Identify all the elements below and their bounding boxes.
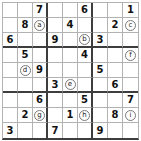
cell-r3c5[interactable] — [63, 33, 78, 48]
cell-r7c9[interactable]: 7 — [123, 93, 138, 108]
cell-r9c9[interactable] — [123, 123, 138, 138]
cell-r4c9[interactable]: f — [123, 48, 138, 63]
given-digit: 9 — [97, 126, 104, 136]
cell-r5c8[interactable] — [108, 63, 123, 78]
cell-r5c6[interactable] — [78, 63, 93, 78]
cell-r7c1[interactable] — [3, 93, 18, 108]
cell-r7c2[interactable] — [18, 93, 33, 108]
cell-r2c1[interactable] — [3, 18, 18, 33]
cell-r1c2[interactable] — [18, 3, 33, 18]
cell-r4c7[interactable] — [93, 48, 108, 63]
cell-r8c7[interactable] — [93, 108, 108, 123]
circled-letter-i: i — [125, 110, 136, 121]
cell-r4c1[interactable] — [3, 48, 18, 63]
given-digit: 4 — [81, 50, 88, 60]
given-digit: 2 — [112, 20, 119, 30]
circled-letter-c: c — [125, 20, 136, 31]
cell-r1c8[interactable] — [108, 3, 123, 18]
cell-r2c8[interactable]: 2 — [108, 18, 123, 33]
cell-r4c6[interactable]: 4 — [78, 48, 93, 63]
given-digit: 5 — [97, 65, 104, 75]
given-digit: 8 — [22, 20, 29, 30]
cell-r3c8[interactable] — [108, 33, 123, 48]
cell-r9c8[interactable] — [108, 123, 123, 138]
cell-r3c1[interactable]: 6 — [3, 33, 18, 48]
cell-r3c2[interactable] — [18, 33, 33, 48]
cell-r8c1[interactable] — [3, 108, 18, 123]
cell-r4c8[interactable] — [108, 48, 123, 63]
given-digit: 6 — [7, 35, 14, 45]
cell-r4c4[interactable] — [48, 48, 63, 63]
cell-r3c7[interactable]: 3 — [93, 33, 108, 48]
cell-r6c3[interactable] — [33, 78, 48, 93]
given-digit: 3 — [7, 126, 14, 136]
cell-r6c6[interactable] — [78, 78, 93, 93]
given-digit: 7 — [127, 95, 134, 105]
cell-r3c4[interactable]: 9 — [48, 33, 63, 48]
cell-r3c6[interactable]: b — [78, 33, 93, 48]
cell-r5c1[interactable] — [3, 63, 18, 78]
cell-r2c4[interactable] — [48, 18, 63, 33]
cell-r9c1[interactable]: 3 — [3, 123, 18, 138]
given-digit: 3 — [52, 80, 59, 90]
cell-r7c6[interactable]: 5 — [78, 93, 93, 108]
cell-r4c2[interactable]: 5 — [18, 48, 33, 63]
cell-r2c6[interactable] — [78, 18, 93, 33]
given-digit: 9 — [36, 65, 43, 75]
cell-r2c2[interactable]: 8 — [18, 18, 33, 33]
cell-r1c7[interactable] — [93, 3, 108, 18]
given-digit: 5 — [22, 50, 29, 60]
circled-letter-f: f — [125, 50, 136, 61]
cell-r8c3[interactable]: g — [33, 108, 48, 123]
cell-r7c8[interactable] — [108, 93, 123, 108]
cell-r5c3[interactable]: 9 — [33, 63, 48, 78]
cell-r6c1[interactable] — [3, 78, 18, 93]
cell-r8c8[interactable]: 8 — [108, 108, 123, 123]
cell-r1c3[interactable]: 7 — [33, 3, 48, 18]
cell-r1c6[interactable]: 6 — [78, 3, 93, 18]
cell-r4c5[interactable] — [63, 48, 78, 63]
circled-letter-a: a — [34, 20, 45, 31]
cell-r5c5[interactable] — [63, 63, 78, 78]
given-digit: 1 — [67, 110, 74, 120]
sudoku-board: 7618a42c69b354fd953e66572g1h8i379 — [2, 2, 139, 140]
given-digit: 9 — [52, 35, 59, 45]
cell-r7c5[interactable] — [63, 93, 78, 108]
cell-r2c5[interactable]: 4 — [63, 18, 78, 33]
cell-r1c4[interactable] — [48, 3, 63, 18]
cell-r6c4[interactable]: 3 — [48, 78, 63, 93]
cell-r5c9[interactable] — [123, 63, 138, 78]
cell-r6c7[interactable] — [93, 78, 108, 93]
cell-r9c2[interactable] — [18, 123, 33, 138]
given-digit: 2 — [22, 110, 29, 120]
cell-r5c7[interactable]: 5 — [93, 63, 108, 78]
cell-r8c5[interactable]: 1 — [63, 108, 78, 123]
given-digit: 6 — [112, 80, 119, 90]
cell-r1c1[interactable] — [3, 3, 18, 18]
cell-r3c9[interactable] — [123, 33, 138, 48]
cell-r2c9[interactable]: c — [123, 18, 138, 33]
cell-r9c7[interactable]: 9 — [93, 123, 108, 138]
cell-r2c7[interactable] — [93, 18, 108, 33]
cell-r8c2[interactable]: 2 — [18, 108, 33, 123]
cell-r6c2[interactable] — [18, 78, 33, 93]
given-digit: 6 — [81, 5, 88, 15]
cell-r9c4[interactable]: 7 — [48, 123, 63, 138]
cell-r3c3[interactable] — [33, 33, 48, 48]
cell-r8c9[interactable]: i — [123, 108, 138, 123]
given-digit: 3 — [97, 35, 104, 45]
given-digit: 7 — [52, 126, 59, 136]
cell-r8c4[interactable] — [48, 108, 63, 123]
cell-r1c5[interactable] — [63, 3, 78, 18]
cell-r6c8[interactable]: 6 — [108, 78, 123, 93]
cell-r7c4[interactable] — [48, 93, 63, 108]
circled-letter-b: b — [79, 34, 90, 45]
cell-r5c4[interactable] — [48, 63, 63, 78]
cell-r9c3[interactable] — [33, 123, 48, 138]
cell-r6c9[interactable] — [123, 78, 138, 93]
cell-r9c5[interactable] — [63, 123, 78, 138]
circled-letter-g: g — [34, 110, 45, 121]
cell-r5c2[interactable]: d — [18, 63, 33, 78]
cell-r7c7[interactable] — [93, 93, 108, 108]
cell-r1c9[interactable]: 1 — [123, 3, 138, 18]
cell-r2c3[interactable]: a — [33, 18, 48, 33]
given-digit: 6 — [36, 95, 43, 105]
cell-r7c3[interactable]: 6 — [33, 93, 48, 108]
circled-letter-e: e — [65, 79, 76, 90]
given-digit: 1 — [127, 5, 134, 15]
cell-r6c5[interactable]: e — [63, 78, 78, 93]
given-digit: 4 — [67, 20, 74, 30]
given-digit: 7 — [36, 5, 43, 15]
cell-r9c6[interactable] — [78, 123, 93, 138]
circled-letter-h: h — [79, 110, 90, 121]
given-digit: 5 — [81, 95, 88, 105]
cell-r8c6[interactable]: h — [78, 108, 93, 123]
cell-r4c3[interactable] — [33, 48, 48, 63]
given-digit: 8 — [112, 110, 119, 120]
circled-letter-d: d — [20, 65, 31, 76]
